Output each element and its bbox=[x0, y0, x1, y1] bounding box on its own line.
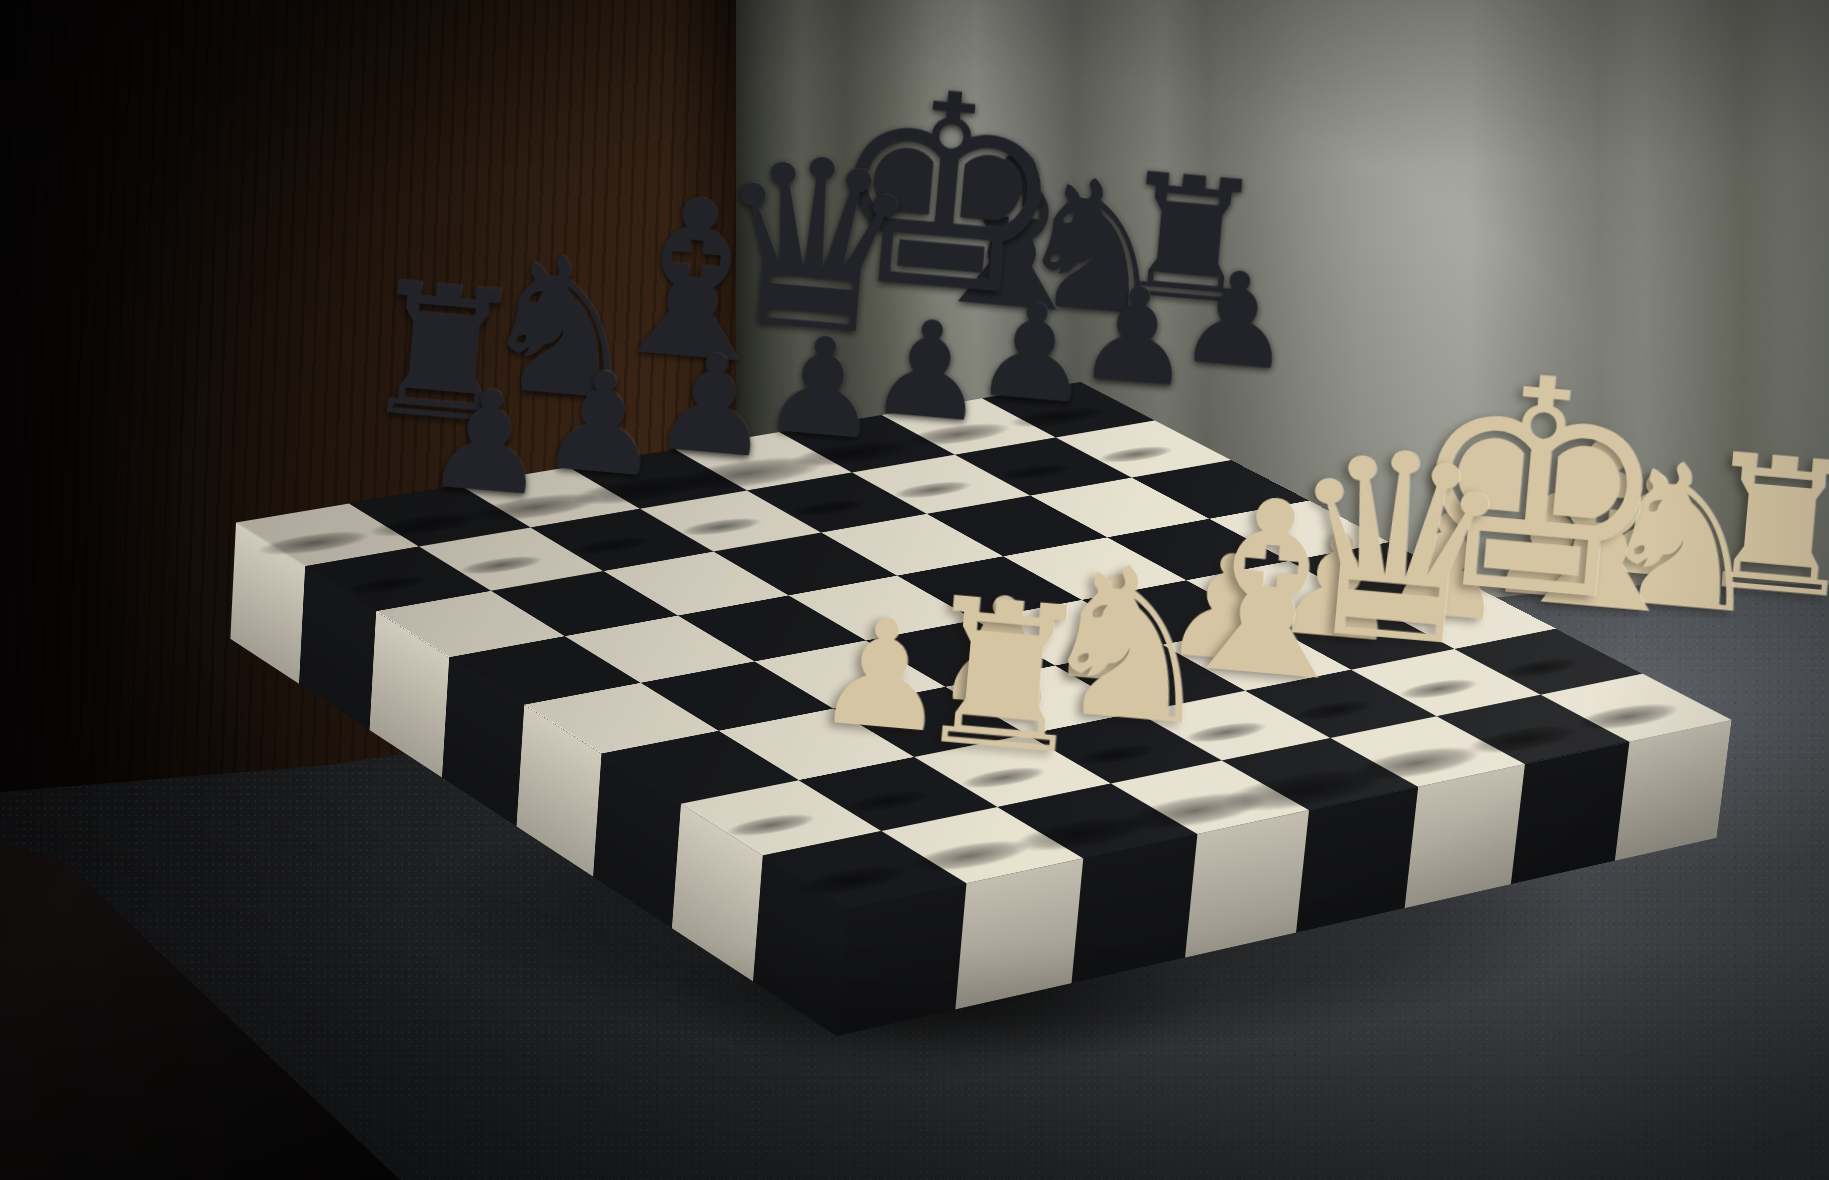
piece-shadow bbox=[657, 510, 787, 543]
piece-white-rook-a1[interactable]: ♜ bbox=[905, 569, 1102, 785]
scene: ♜♞♝♛♚♝♞♜♟♟♟♟♟♟♟♟♟♟♟♟♟♟♟♟♜♞♝♛♚♝♞♜ bbox=[0, 0, 1829, 1180]
piece-black-pawn-a7[interactable]: ♟ bbox=[420, 367, 556, 516]
